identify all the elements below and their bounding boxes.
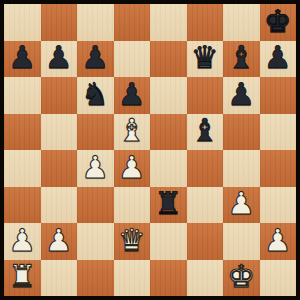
square-f7[interactable]: ♛ (187, 41, 224, 78)
piece-bQ-f7[interactable]: ♛ (191, 42, 219, 73)
square-h7[interactable]: ♟ (260, 41, 297, 78)
piece-bB-f5[interactable]: ♝ (191, 115, 219, 146)
square-d2[interactable]: ♛ (114, 223, 151, 260)
square-a3[interactable] (4, 187, 41, 224)
square-c6[interactable]: ♞ (77, 77, 114, 114)
square-c5[interactable] (77, 114, 114, 151)
square-g7[interactable]: ♝ (223, 41, 260, 78)
square-b6[interactable] (41, 77, 78, 114)
square-h4[interactable] (260, 150, 297, 187)
square-e7[interactable] (150, 41, 187, 78)
square-a6[interactable] (4, 77, 41, 114)
square-h3[interactable] (260, 187, 297, 224)
square-g8[interactable] (223, 4, 260, 41)
piece-bB-g7[interactable]: ♝ (227, 42, 255, 73)
square-b3[interactable] (41, 187, 78, 224)
piece-bP-g6[interactable]: ♟ (227, 79, 255, 110)
square-f8[interactable] (187, 4, 224, 41)
square-e2[interactable] (150, 223, 187, 260)
square-f6[interactable] (187, 77, 224, 114)
piece-bP-a7[interactable]: ♟ (8, 42, 36, 73)
square-f2[interactable] (187, 223, 224, 260)
square-c2[interactable] (77, 223, 114, 260)
square-e4[interactable] (150, 150, 187, 187)
piece-wP-b2[interactable]: ♟ (45, 225, 73, 256)
square-d5[interactable]: ♝ (114, 114, 151, 151)
square-e1[interactable] (150, 260, 187, 297)
piece-bP-d6[interactable]: ♟ (118, 79, 146, 110)
square-f3[interactable] (187, 187, 224, 224)
piece-wP-g3[interactable]: ♟ (227, 188, 255, 219)
square-a4[interactable] (4, 150, 41, 187)
square-d7[interactable] (114, 41, 151, 78)
square-g2[interactable] (223, 223, 260, 260)
square-a5[interactable] (4, 114, 41, 151)
square-h5[interactable] (260, 114, 297, 151)
board-frame: ♚♟♟♟♛♝♟♞♟♟♝♝♟♟♜♟♟♟♛♟♜♚ (0, 0, 300, 300)
square-c7[interactable]: ♟ (77, 41, 114, 78)
piece-wP-c4[interactable]: ♟ (81, 152, 109, 183)
square-h8[interactable]: ♚ (260, 4, 297, 41)
piece-wB-d5[interactable]: ♝ (118, 115, 146, 146)
square-g5[interactable] (223, 114, 260, 151)
square-d3[interactable] (114, 187, 151, 224)
square-e8[interactable] (150, 4, 187, 41)
square-c3[interactable] (77, 187, 114, 224)
square-g3[interactable]: ♟ (223, 187, 260, 224)
piece-wK-g1[interactable]: ♚ (227, 261, 255, 292)
square-h2[interactable]: ♟ (260, 223, 297, 260)
piece-bK-h8[interactable]: ♚ (264, 6, 292, 37)
piece-wP-a2[interactable]: ♟ (8, 225, 36, 256)
square-b2[interactable]: ♟ (41, 223, 78, 260)
square-c1[interactable] (77, 260, 114, 297)
square-b4[interactable] (41, 150, 78, 187)
square-a7[interactable]: ♟ (4, 41, 41, 78)
square-g4[interactable] (223, 150, 260, 187)
square-c4[interactable]: ♟ (77, 150, 114, 187)
square-b7[interactable]: ♟ (41, 41, 78, 78)
square-g6[interactable]: ♟ (223, 77, 260, 114)
square-b8[interactable] (41, 4, 78, 41)
square-a1[interactable]: ♜ (4, 260, 41, 297)
piece-bR-e3[interactable]: ♜ (154, 188, 182, 219)
piece-bP-b7[interactable]: ♟ (45, 42, 73, 73)
square-d6[interactable]: ♟ (114, 77, 151, 114)
square-f5[interactable]: ♝ (187, 114, 224, 151)
piece-wR-a1[interactable]: ♜ (8, 261, 36, 292)
square-a8[interactable] (4, 4, 41, 41)
piece-wP-h2[interactable]: ♟ (264, 225, 292, 256)
piece-bP-c7[interactable]: ♟ (81, 42, 109, 73)
square-e3[interactable]: ♜ (150, 187, 187, 224)
piece-bN-c6[interactable]: ♞ (81, 79, 109, 110)
square-e6[interactable] (150, 77, 187, 114)
square-f4[interactable] (187, 150, 224, 187)
square-h6[interactable] (260, 77, 297, 114)
piece-bP-h7[interactable]: ♟ (264, 42, 292, 73)
piece-wQ-d2[interactable]: ♛ (118, 225, 146, 256)
square-d1[interactable] (114, 260, 151, 297)
piece-wP-d4[interactable]: ♟ (118, 152, 146, 183)
square-e5[interactable] (150, 114, 187, 151)
square-f1[interactable] (187, 260, 224, 297)
square-d4[interactable]: ♟ (114, 150, 151, 187)
square-h1[interactable] (260, 260, 297, 297)
square-a2[interactable]: ♟ (4, 223, 41, 260)
chess-board: ♚♟♟♟♛♝♟♞♟♟♝♝♟♟♜♟♟♟♛♟♜♚ (4, 4, 296, 296)
square-d8[interactable] (114, 4, 151, 41)
square-b1[interactable] (41, 260, 78, 297)
square-g1[interactable]: ♚ (223, 260, 260, 297)
square-c8[interactable] (77, 4, 114, 41)
square-b5[interactable] (41, 114, 78, 151)
